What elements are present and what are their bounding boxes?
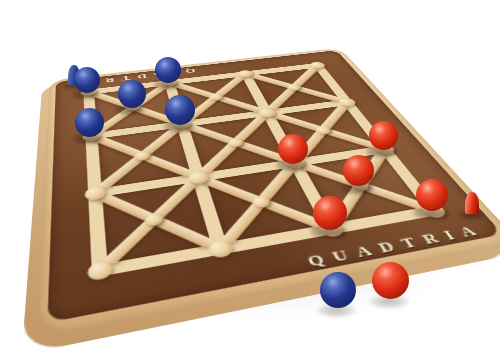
board-node-p01[interactable] — [161, 78, 178, 87]
board-node-c21[interactable] — [251, 195, 271, 208]
board-node-p00[interactable] — [81, 87, 97, 96]
board-node-c02[interactable] — [286, 84, 302, 91]
board-node-c12[interactable] — [314, 126, 332, 135]
board-node-c10[interactable] — [134, 151, 150, 162]
board-node-c11[interactable] — [227, 138, 244, 148]
board-node-peg-br[interactable] — [471, 210, 475, 212]
board-node-p10[interactable] — [82, 130, 101, 142]
board-node-p21[interactable] — [187, 170, 210, 185]
board-node-p11[interactable] — [172, 119, 192, 130]
board-node-c20[interactable] — [145, 212, 164, 226]
board-node-c22[interactable] — [350, 179, 371, 191]
scene: QUADTRIA QUADTRIA — [0, 0, 500, 357]
board-node-c01[interactable] — [209, 93, 224, 101]
board-node-p12[interactable] — [257, 108, 278, 119]
quadtria-board: QUADTRIA QUADTRIA — [36, 48, 500, 338]
board-node-c00[interactable] — [126, 103, 140, 111]
board-node-p22[interactable] — [283, 156, 307, 170]
